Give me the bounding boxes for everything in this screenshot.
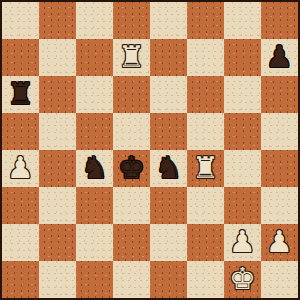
- square-f4[interactable]: ♜: [187, 150, 224, 187]
- square-c7[interactable]: [76, 39, 113, 76]
- square-a8[interactable]: [2, 2, 39, 39]
- square-f2[interactable]: [187, 224, 224, 261]
- square-b5[interactable]: [39, 113, 76, 150]
- square-c8[interactable]: [76, 2, 113, 39]
- square-a1[interactable]: [2, 261, 39, 298]
- square-g8[interactable]: [224, 2, 261, 39]
- square-f6[interactable]: [187, 76, 224, 113]
- square-f8[interactable]: [187, 2, 224, 39]
- square-a2[interactable]: [2, 224, 39, 261]
- square-a6[interactable]: ♜: [2, 76, 39, 113]
- square-f1[interactable]: [187, 261, 224, 298]
- white-pawn-piece: ♟: [229, 227, 256, 257]
- square-d2[interactable]: [113, 224, 150, 261]
- square-e1[interactable]: [150, 261, 187, 298]
- square-e4[interactable]: ♞: [150, 150, 187, 187]
- square-a4[interactable]: ♟: [2, 150, 39, 187]
- square-h7[interactable]: ♟: [261, 39, 298, 76]
- black-pawn-piece: ♟: [266, 42, 293, 72]
- square-g2[interactable]: ♟: [224, 224, 261, 261]
- square-f3[interactable]: [187, 187, 224, 224]
- square-h2[interactable]: ♟: [261, 224, 298, 261]
- square-g4[interactable]: [224, 150, 261, 187]
- square-d1[interactable]: [113, 261, 150, 298]
- square-b2[interactable]: [39, 224, 76, 261]
- square-c5[interactable]: [76, 113, 113, 150]
- square-g7[interactable]: [224, 39, 261, 76]
- square-d7[interactable]: ♜: [113, 39, 150, 76]
- white-rook-piece: ♜: [118, 42, 145, 72]
- square-d6[interactable]: [113, 76, 150, 113]
- square-h5[interactable]: [261, 113, 298, 150]
- square-e8[interactable]: [150, 2, 187, 39]
- square-g3[interactable]: [224, 187, 261, 224]
- square-b6[interactable]: [39, 76, 76, 113]
- square-e5[interactable]: [150, 113, 187, 150]
- white-king-piece: ♚: [229, 264, 256, 294]
- chess-board: ♜♟♜♟♞♚♞♜♟♟♚: [0, 0, 300, 300]
- square-h1[interactable]: [261, 261, 298, 298]
- square-g5[interactable]: [224, 113, 261, 150]
- square-a5[interactable]: [2, 113, 39, 150]
- white-rook-piece: ♜: [192, 153, 219, 183]
- square-c3[interactable]: [76, 187, 113, 224]
- square-e7[interactable]: [150, 39, 187, 76]
- square-e6[interactable]: [150, 76, 187, 113]
- square-h4[interactable]: [261, 150, 298, 187]
- black-knight-piece: ♞: [155, 153, 182, 183]
- square-d3[interactable]: [113, 187, 150, 224]
- square-d8[interactable]: [113, 2, 150, 39]
- square-c2[interactable]: [76, 224, 113, 261]
- square-g1[interactable]: ♚: [224, 261, 261, 298]
- black-rook-piece: ♜: [7, 79, 34, 109]
- square-b4[interactable]: [39, 150, 76, 187]
- black-king-piece: ♚: [118, 153, 145, 183]
- black-knight-piece: ♞: [81, 153, 108, 183]
- square-g6[interactable]: [224, 76, 261, 113]
- square-c6[interactable]: [76, 76, 113, 113]
- square-b1[interactable]: [39, 261, 76, 298]
- square-b8[interactable]: [39, 2, 76, 39]
- white-pawn-piece: ♟: [7, 153, 34, 183]
- square-h3[interactable]: [261, 187, 298, 224]
- square-d5[interactable]: [113, 113, 150, 150]
- square-d4[interactable]: ♚: [113, 150, 150, 187]
- square-a3[interactable]: [2, 187, 39, 224]
- square-c1[interactable]: [76, 261, 113, 298]
- square-e3[interactable]: [150, 187, 187, 224]
- white-pawn-piece: ♟: [266, 227, 293, 257]
- square-f7[interactable]: [187, 39, 224, 76]
- square-h6[interactable]: [261, 76, 298, 113]
- square-b7[interactable]: [39, 39, 76, 76]
- square-h8[interactable]: [261, 2, 298, 39]
- square-a7[interactable]: [2, 39, 39, 76]
- square-c4[interactable]: ♞: [76, 150, 113, 187]
- square-b3[interactable]: [39, 187, 76, 224]
- square-e2[interactable]: [150, 224, 187, 261]
- square-f5[interactable]: [187, 113, 224, 150]
